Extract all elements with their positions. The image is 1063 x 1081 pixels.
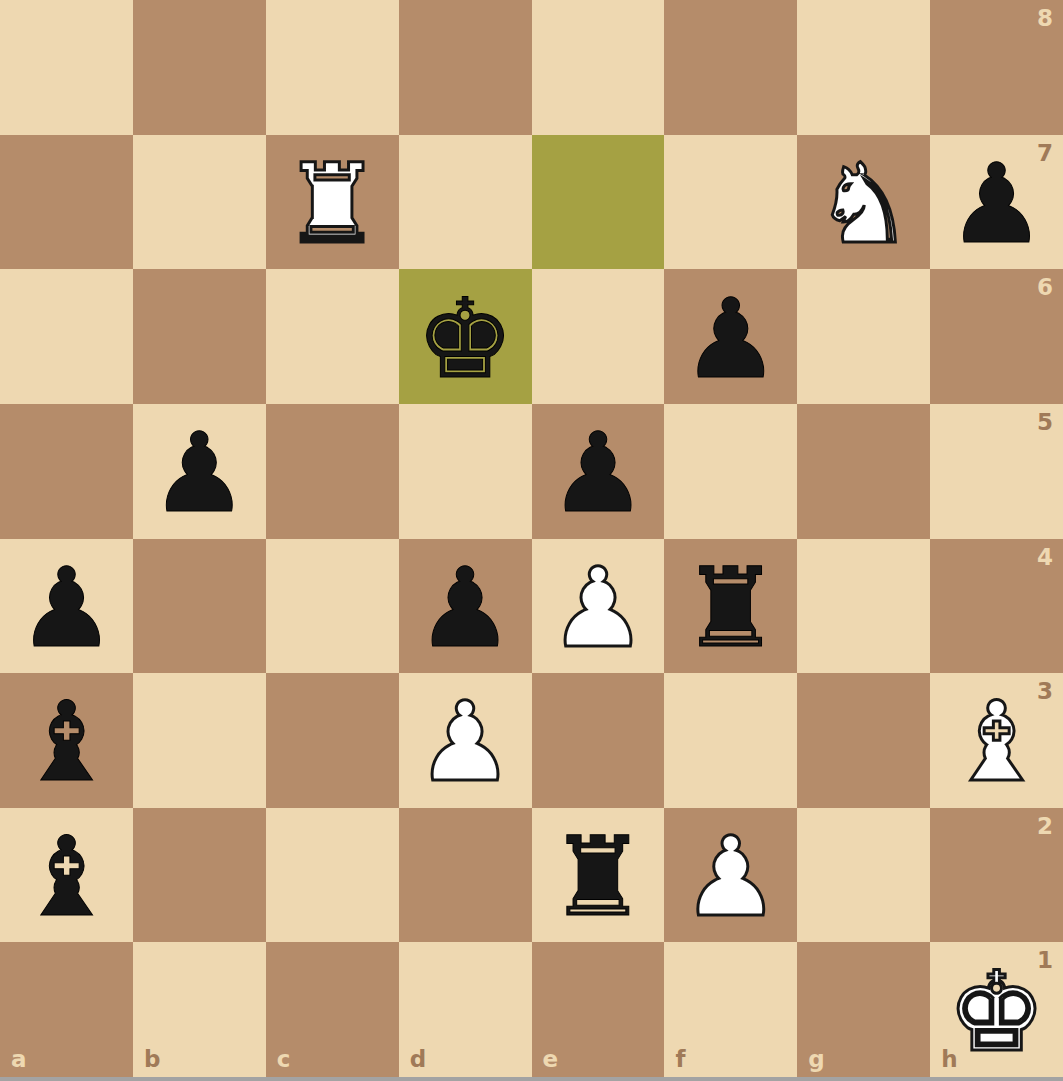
file-label-c: c [277,1048,291,1071]
square-d2[interactable] [399,808,532,943]
white-rook[interactable]: ♜ [283,149,382,259]
square-d6[interactable]: ♚ [399,269,532,404]
square-h3[interactable]: ♝3 [930,673,1063,808]
black-bishop[interactable]: ♝ [17,822,116,932]
square-d4[interactable]: ♟ [399,539,532,674]
square-a1[interactable]: a [0,942,133,1077]
square-e2[interactable]: ♜ [532,808,665,943]
square-e7[interactable] [532,135,665,270]
black-rook[interactable]: ♜ [549,822,648,932]
black-rook[interactable]: ♜ [682,553,781,663]
square-g5[interactable] [797,404,930,539]
square-e4[interactable]: ♟ [532,539,665,674]
square-g8[interactable] [797,0,930,135]
square-f1[interactable]: f [664,942,797,1077]
square-e8[interactable] [532,0,665,135]
square-e3[interactable] [532,673,665,808]
square-f2[interactable]: ♟ [664,808,797,943]
square-c8[interactable] [266,0,399,135]
square-c3[interactable] [266,673,399,808]
white-pawn[interactable]: ♟ [549,553,648,663]
square-b5[interactable]: ♟ [133,404,266,539]
chess-board-window: 8♜♞♟7♚♟6♟♟5♟♟♟♜4♝♟♝3♝♜♟2abcdefg♚1h [0,0,1063,1081]
rank-label-3: 3 [1037,680,1053,703]
rank-label-8: 8 [1037,7,1053,30]
square-a6[interactable] [0,269,133,404]
square-d1[interactable]: d [399,942,532,1077]
square-d5[interactable] [399,404,532,539]
file-label-d: d [410,1048,426,1071]
square-e6[interactable] [532,269,665,404]
white-knight[interactable]: ♞ [814,149,913,259]
square-b2[interactable] [133,808,266,943]
square-a5[interactable] [0,404,133,539]
square-g7[interactable]: ♞ [797,135,930,270]
chess-board: 8♜♞♟7♚♟6♟♟5♟♟♟♜4♝♟♝3♝♜♟2abcdefg♚1h [0,0,1063,1077]
black-pawn[interactable]: ♟ [682,284,781,394]
black-pawn[interactable]: ♟ [947,149,1046,259]
square-g2[interactable] [797,808,930,943]
rank-label-7: 7 [1037,142,1053,165]
rank-label-6: 6 [1037,276,1053,299]
white-king[interactable]: ♚ [947,957,1046,1067]
window-edge [0,1077,1063,1081]
square-c7[interactable]: ♜ [266,135,399,270]
square-c5[interactable] [266,404,399,539]
square-h5[interactable]: 5 [930,404,1063,539]
black-bishop[interactable]: ♝ [17,687,116,797]
file-label-h: h [941,1048,957,1071]
square-f7[interactable] [664,135,797,270]
square-b4[interactable] [133,539,266,674]
square-c1[interactable]: c [266,942,399,1077]
square-d8[interactable] [399,0,532,135]
square-h4[interactable]: 4 [930,539,1063,674]
square-h7[interactable]: ♟7 [930,135,1063,270]
square-g6[interactable] [797,269,930,404]
file-label-e: e [543,1048,559,1071]
square-a8[interactable] [0,0,133,135]
square-h1[interactable]: ♚1h [930,942,1063,1077]
white-pawn[interactable]: ♟ [416,687,515,797]
square-d7[interactable] [399,135,532,270]
square-e1[interactable]: e [532,942,665,1077]
file-label-a: a [11,1048,27,1071]
file-label-b: b [144,1048,160,1071]
square-d3[interactable]: ♟ [399,673,532,808]
rank-label-4: 4 [1037,546,1053,569]
square-f6[interactable]: ♟ [664,269,797,404]
file-label-g: g [808,1048,824,1071]
square-a3[interactable]: ♝ [0,673,133,808]
square-c4[interactable] [266,539,399,674]
square-f4[interactable]: ♜ [664,539,797,674]
white-bishop[interactable]: ♝ [947,687,1046,797]
square-c2[interactable] [266,808,399,943]
square-g3[interactable] [797,673,930,808]
square-b6[interactable] [133,269,266,404]
square-h8[interactable]: 8 [930,0,1063,135]
square-h2[interactable]: 2 [930,808,1063,943]
black-pawn[interactable]: ♟ [416,553,515,663]
square-g1[interactable]: g [797,942,930,1077]
square-a4[interactable]: ♟ [0,539,133,674]
file-label-f: f [675,1048,685,1071]
square-h6[interactable]: 6 [930,269,1063,404]
rank-label-2: 2 [1037,815,1053,838]
square-f3[interactable] [664,673,797,808]
rank-label-5: 5 [1037,411,1053,434]
square-f5[interactable] [664,404,797,539]
square-b7[interactable] [133,135,266,270]
square-c6[interactable] [266,269,399,404]
black-pawn[interactable]: ♟ [549,418,648,528]
square-a7[interactable] [0,135,133,270]
square-a2[interactable]: ♝ [0,808,133,943]
square-f8[interactable] [664,0,797,135]
square-e5[interactable]: ♟ [532,404,665,539]
black-pawn[interactable]: ♟ [150,418,249,528]
black-king[interactable]: ♚ [416,284,515,394]
square-b3[interactable] [133,673,266,808]
white-pawn[interactable]: ♟ [682,822,781,932]
square-b1[interactable]: b [133,942,266,1077]
rank-label-1: 1 [1037,949,1053,972]
black-pawn[interactable]: ♟ [17,553,116,663]
square-g4[interactable] [797,539,930,674]
square-b8[interactable] [133,0,266,135]
